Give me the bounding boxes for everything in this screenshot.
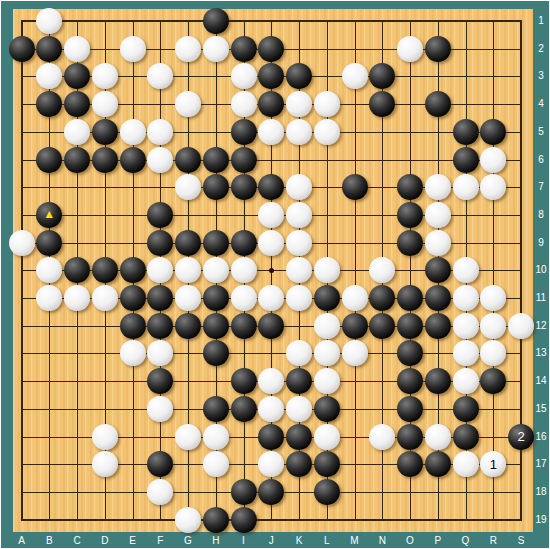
stone-black-l17[interactable] <box>314 451 340 477</box>
stone-white-g19[interactable] <box>175 507 201 533</box>
triangle-marker-icon: ▲ <box>43 208 55 220</box>
row-label-12: 12 <box>535 321 546 331</box>
stone-black-k16[interactable] <box>286 424 312 450</box>
stone-black-b2[interactable] <box>36 36 62 62</box>
stone-black-f12[interactable] <box>147 313 173 339</box>
stone-black-d10[interactable] <box>92 257 118 283</box>
stone-white-c11[interactable] <box>64 285 90 311</box>
row-label-15: 15 <box>535 404 546 414</box>
stone-black-e6[interactable] <box>120 147 146 173</box>
stone-black-h11[interactable] <box>203 285 229 311</box>
stone-black-o9[interactable] <box>397 230 423 256</box>
stone-white-q7[interactable] <box>453 174 479 200</box>
stone-white-p9[interactable] <box>425 230 451 256</box>
stone-black-a2[interactable] <box>9 36 35 62</box>
stone-white-r12[interactable] <box>480 313 506 339</box>
stone-black-h1[interactable] <box>203 8 229 34</box>
stone-white-j15[interactable] <box>258 396 284 422</box>
stone-black-k17[interactable] <box>286 451 312 477</box>
stone-white-n16[interactable] <box>369 424 395 450</box>
column-label-d: D <box>101 536 108 546</box>
column-label-o: O <box>406 536 414 546</box>
stone-white-h17[interactable] <box>203 451 229 477</box>
stone-black-s16[interactable]: 2 <box>508 424 534 450</box>
stone-black-j16[interactable] <box>258 424 284 450</box>
stone-black-k14[interactable] <box>286 368 312 394</box>
grid-line-horizontal <box>22 353 522 354</box>
stone-white-l10[interactable] <box>314 257 340 283</box>
stone-white-g2[interactable] <box>175 36 201 62</box>
stone-white-m11[interactable] <box>342 285 368 311</box>
stone-white-k4[interactable] <box>286 91 312 117</box>
stone-black-o16[interactable] <box>397 424 423 450</box>
row-label-18: 18 <box>535 487 546 497</box>
stone-black-h7[interactable] <box>203 174 229 200</box>
stone-black-l15[interactable] <box>314 396 340 422</box>
stone-white-l13[interactable] <box>314 340 340 366</box>
stone-black-h6[interactable] <box>203 147 229 173</box>
column-label-l: L <box>324 536 330 546</box>
stone-black-m12[interactable] <box>342 313 368 339</box>
stone-black-j12[interactable] <box>258 313 284 339</box>
stone-white-s12[interactable] <box>508 313 534 339</box>
stone-white-d16[interactable] <box>92 424 118 450</box>
stone-white-l16[interactable] <box>314 424 340 450</box>
stone-white-i4[interactable] <box>231 91 257 117</box>
stone-white-d3[interactable] <box>92 63 118 89</box>
row-label-6: 6 <box>538 155 544 165</box>
stone-white-e2[interactable] <box>120 36 146 62</box>
row-label-7: 7 <box>538 182 544 192</box>
stone-white-d4[interactable] <box>92 91 118 117</box>
stone-black-p4[interactable] <box>425 91 451 117</box>
stone-black-o15[interactable] <box>397 396 423 422</box>
stone-white-g4[interactable] <box>175 91 201 117</box>
stone-black-p12[interactable] <box>425 313 451 339</box>
stone-white-k7[interactable] <box>286 174 312 200</box>
stone-black-o12[interactable] <box>397 313 423 339</box>
row-label-4: 4 <box>538 99 544 109</box>
stone-white-g11[interactable] <box>175 285 201 311</box>
stone-white-r6[interactable] <box>480 147 506 173</box>
column-label-e: E <box>129 536 136 546</box>
row-label-19: 19 <box>535 515 546 525</box>
stone-black-i6[interactable] <box>231 147 257 173</box>
stone-black-e12[interactable] <box>120 313 146 339</box>
stone-white-e13[interactable] <box>120 340 146 366</box>
stone-white-c5[interactable] <box>64 119 90 145</box>
stone-black-p10[interactable] <box>425 257 451 283</box>
column-label-p: P <box>434 536 441 546</box>
stone-black-r5[interactable] <box>480 119 506 145</box>
stone-black-i18[interactable] <box>231 479 257 505</box>
column-label-j: J <box>269 536 274 546</box>
stone-white-p7[interactable] <box>425 174 451 200</box>
stone-white-q11[interactable] <box>453 285 479 311</box>
stone-white-l5[interactable] <box>314 119 340 145</box>
stone-white-q10[interactable] <box>453 257 479 283</box>
stone-white-d11[interactable] <box>92 285 118 311</box>
stone-black-j2[interactable] <box>258 36 284 62</box>
stone-white-f6[interactable] <box>147 147 173 173</box>
row-label-10: 10 <box>535 265 546 275</box>
stone-white-c2[interactable] <box>64 36 90 62</box>
stone-black-p11[interactable] <box>425 285 451 311</box>
stone-black-f8[interactable] <box>147 202 173 228</box>
stone-white-k11[interactable] <box>286 285 312 311</box>
go-game-window: ABCDEFGHIJKLMNOPQRS123456789101112131415… <box>0 0 550 549</box>
column-label-g: G <box>184 536 192 546</box>
stone-white-m13[interactable] <box>342 340 368 366</box>
stone-white-a9[interactable] <box>9 230 35 256</box>
stone-black-n12[interactable] <box>369 313 395 339</box>
column-label-i: I <box>242 536 245 546</box>
stone-white-h16[interactable] <box>203 424 229 450</box>
stone-white-d17[interactable] <box>92 451 118 477</box>
stone-white-i10[interactable] <box>231 257 257 283</box>
stone-white-k15[interactable] <box>286 396 312 422</box>
column-label-h: H <box>212 536 219 546</box>
stone-black-c4[interactable] <box>64 91 90 117</box>
stone-white-q17[interactable] <box>453 451 479 477</box>
stone-black-b9[interactable] <box>36 230 62 256</box>
stone-black-i19[interactable] <box>231 507 257 533</box>
column-label-c: C <box>73 536 80 546</box>
stone-black-p14[interactable] <box>425 368 451 394</box>
stone-black-g12[interactable] <box>175 313 201 339</box>
stone-black-m7[interactable] <box>342 174 368 200</box>
row-label-11: 11 <box>536 293 546 303</box>
stone-black-i14[interactable] <box>231 368 257 394</box>
grid-line-vertical <box>355 21 356 520</box>
stone-white-j9[interactable] <box>258 230 284 256</box>
stone-white-f15[interactable] <box>147 396 173 422</box>
stone-white-f18[interactable] <box>147 479 173 505</box>
stone-white-q13[interactable] <box>453 340 479 366</box>
stone-white-k9[interactable] <box>286 230 312 256</box>
stone-white-i3[interactable] <box>231 63 257 89</box>
row-label-8: 8 <box>538 210 544 220</box>
stone-white-k8[interactable] <box>286 202 312 228</box>
stone-black-l11[interactable] <box>314 285 340 311</box>
grid-line-vertical <box>493 21 494 520</box>
row-label-9: 9 <box>538 238 544 248</box>
stone-white-i11[interactable] <box>231 285 257 311</box>
stone-white-e5[interactable] <box>120 119 146 145</box>
column-label-s: S <box>518 536 525 546</box>
row-label-2: 2 <box>538 44 544 54</box>
row-label-1: 1 <box>538 16 544 26</box>
stone-black-l18[interactable] <box>314 479 340 505</box>
stone-black-q5[interactable] <box>453 119 479 145</box>
move-number-label: 1 <box>490 458 497 471</box>
stone-black-o11[interactable] <box>397 285 423 311</box>
stone-white-k5[interactable] <box>286 119 312 145</box>
row-label-5: 5 <box>538 127 544 137</box>
stone-black-b8[interactable]: ▲ <box>36 202 62 228</box>
stone-black-e10[interactable] <box>120 257 146 283</box>
stone-black-i12[interactable] <box>231 313 257 339</box>
stone-black-h12[interactable] <box>203 313 229 339</box>
stone-black-p2[interactable] <box>425 36 451 62</box>
stone-black-c6[interactable] <box>64 147 90 173</box>
move-number-label: 2 <box>517 430 524 443</box>
column-label-f: F <box>157 536 163 546</box>
stone-white-q12[interactable] <box>453 313 479 339</box>
column-label-q: Q <box>462 536 470 546</box>
stone-black-d6[interactable] <box>92 147 118 173</box>
column-label-r: R <box>490 536 497 546</box>
stone-black-h13[interactable] <box>203 340 229 366</box>
stone-white-o2[interactable] <box>397 36 423 62</box>
stone-black-o8[interactable] <box>397 202 423 228</box>
row-label-17: 17 <box>535 459 546 469</box>
stone-black-i5[interactable] <box>231 119 257 145</box>
stone-black-g6[interactable] <box>175 147 201 173</box>
stone-black-b6[interactable] <box>36 147 62 173</box>
stone-white-l12[interactable] <box>314 313 340 339</box>
stone-black-i15[interactable] <box>231 396 257 422</box>
stone-black-p17[interactable] <box>425 451 451 477</box>
stone-black-h9[interactable] <box>203 230 229 256</box>
stone-white-j8[interactable] <box>258 202 284 228</box>
stone-white-l14[interactable] <box>314 368 340 394</box>
stone-black-h19[interactable] <box>203 507 229 533</box>
stone-black-j18[interactable] <box>258 479 284 505</box>
stone-black-q6[interactable] <box>453 147 479 173</box>
stone-white-f5[interactable] <box>147 119 173 145</box>
stone-black-f9[interactable] <box>147 230 173 256</box>
stone-white-g16[interactable] <box>175 424 201 450</box>
stone-white-m3[interactable] <box>342 63 368 89</box>
stone-white-q14[interactable] <box>453 368 479 394</box>
row-label-3: 3 <box>538 71 544 81</box>
stone-white-l4[interactable] <box>314 91 340 117</box>
column-label-a: A <box>18 536 25 546</box>
stone-black-d5[interactable] <box>92 119 118 145</box>
stone-black-o14[interactable] <box>397 368 423 394</box>
stone-white-g7[interactable] <box>175 174 201 200</box>
stone-black-i2[interactable] <box>231 36 257 62</box>
stone-white-h2[interactable] <box>203 36 229 62</box>
stone-black-i9[interactable] <box>231 230 257 256</box>
stone-black-g9[interactable] <box>175 230 201 256</box>
column-label-n: N <box>379 536 386 546</box>
stone-black-q15[interactable] <box>453 396 479 422</box>
column-label-m: M <box>350 536 358 546</box>
stone-black-o17[interactable] <box>397 451 423 477</box>
stone-black-o7[interactable] <box>397 174 423 200</box>
row-label-14: 14 <box>535 376 546 386</box>
stone-white-j5[interactable] <box>258 119 284 145</box>
stone-black-e11[interactable] <box>120 285 146 311</box>
stone-white-p8[interactable] <box>425 202 451 228</box>
row-label-13: 13 <box>535 348 546 358</box>
stone-white-p16[interactable] <box>425 424 451 450</box>
column-label-k: K <box>296 536 303 546</box>
row-label-16: 16 <box>535 432 546 442</box>
stone-white-h10[interactable] <box>203 257 229 283</box>
stone-black-q16[interactable] <box>453 424 479 450</box>
stone-black-i7[interactable] <box>231 174 257 200</box>
column-label-b: B <box>46 536 53 546</box>
stone-black-h15[interactable] <box>203 396 229 422</box>
